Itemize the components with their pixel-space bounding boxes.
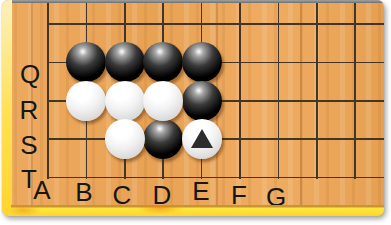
triangle-marker — [191, 129, 213, 148]
stone-white-DR[interactable] — [143, 81, 183, 121]
grid-line-horizontal-P — [47, 23, 384, 25]
stone-black-CQ[interactable] — [105, 42, 145, 82]
grid-line-vertical-A — [47, 3, 49, 179]
grid-line-vertical-H — [316, 3, 318, 179]
stone-black-ER[interactable] — [182, 81, 222, 121]
window-bottom-yellow-bar — [11, 205, 384, 216]
row-label-Q: Q — [20, 61, 40, 87]
stone-black-DQ[interactable] — [143, 42, 183, 82]
stone-white-ES[interactable] — [182, 119, 222, 159]
grid-line-vertical-J — [354, 3, 356, 179]
grid-line-horizontal-T — [47, 177, 384, 179]
column-label-B: B — [75, 179, 92, 205]
stone-white-BR[interactable] — [66, 81, 106, 121]
stone-black-BQ[interactable] — [66, 42, 106, 82]
stone-black-EQ[interactable] — [182, 42, 222, 82]
board-window-frame: QRSTABCDEFG — [2, 0, 384, 216]
grid-line-vertical-F — [239, 3, 241, 179]
column-label-A: A — [33, 177, 50, 203]
stone-white-CS[interactable] — [105, 119, 145, 159]
column-label-E: E — [192, 178, 209, 204]
stone-white-CR[interactable] — [105, 81, 145, 121]
row-label-S: S — [20, 132, 37, 158]
grid-line-vertical-G — [278, 3, 280, 179]
row-label-R: R — [20, 97, 39, 123]
go-board[interactable]: QRSTABCDEFG — [2, 0, 384, 216]
stone-black-DS[interactable] — [143, 119, 183, 159]
